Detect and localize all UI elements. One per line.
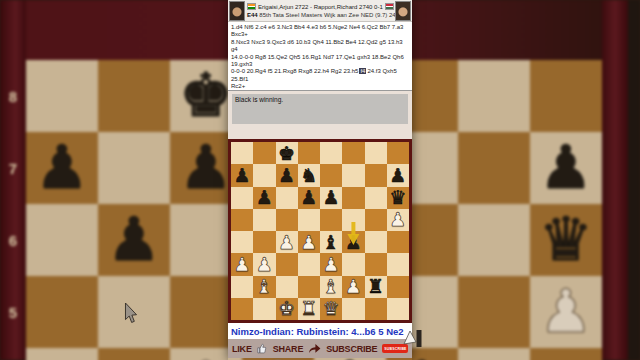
piece-black-pawn: ♟ [179,138,233,198]
opening-caption: Nimzo-Indian: Rubinstein: 4...b6 5 Ne2 [228,323,412,339]
square-b5[interactable] [253,209,275,231]
piece-black-pawn: ♟ [35,138,89,198]
square-a6 [26,204,98,276]
piece-black-pawn[interactable]: ♟ [389,166,406,185]
piece-black-king: ♚ [179,66,233,126]
bg-rank-label-6: 6 [0,232,26,249]
notation-pane[interactable]: 1.d4 Nf6 2.c4 e6 3.Nc3 Bb4 4.e3 b6 5.Nge… [228,22,412,90]
evaluation-comment: Black is winning. [232,94,408,124]
square-g6[interactable] [365,187,387,209]
bg-rank-label-5: 5 [0,304,26,321]
share-arrow-icon[interactable] [308,340,321,358]
piece-black-queen: ♛ [539,210,593,270]
event-text: 85th Tata Steel Masters Wijk aan Zee NED… [259,12,395,18]
square-h7[interactable]: ♟ [387,164,409,186]
square-f2[interactable]: ♟ [342,276,364,298]
india-flag-icon [247,3,256,10]
square-b4[interactable] [253,231,275,253]
piece-black-pawn[interactable]: ♟ [323,188,340,207]
square-f5[interactable] [342,209,364,231]
piece-black-pawn[interactable]: ♟ [300,188,317,207]
chessbase-panel: Erigaisi,Arjun 2722 - Rapport,Richard 27… [228,0,412,360]
square-a7[interactable]: ♟ [231,164,253,186]
square-b8[interactable] [253,142,275,164]
mouse-cursor-icon [124,303,138,328]
hungary-flag-icon [385,3,394,10]
piece-black-pawn[interactable]: ♟ [256,188,273,207]
comment-area: Black is winning. [228,90,412,139]
move-line[interactable]: 8.Nxc3 Nxc3 9.Qxc3 d6 10.b3 Qh4 11.Bb2 B… [231,39,409,54]
like-button[interactable]: LIKE [232,344,252,354]
move-segment[interactable]: 0-0-0 20.Rg4 f5 21.Rxg8 Rxg8 22.h4 Rg2 2… [231,68,358,74]
square-b7[interactable] [253,164,275,186]
square-g7 [458,132,530,204]
square-a2[interactable] [231,276,253,298]
square-g2[interactable]: ♜ [365,276,387,298]
square-h8[interactable] [387,142,409,164]
pointer-decoration-icon [403,330,423,352]
square-d1[interactable]: ♜ [298,298,320,320]
board-frame: ♚♟♟♞♟♟♟♟♛♟♟♟♝♟♟♟♟♝♝♟♜♚♜♛ [228,139,412,323]
square-d5[interactable] [298,209,320,231]
piece-white-pawn[interactable]: ♟ [300,233,317,252]
piece-white-pawn[interactable]: ♟ [234,255,251,274]
piece-white-rook[interactable]: ♜ [300,299,317,318]
eco-code: E44 [247,12,258,18]
piece-black-bishop[interactable]: ♝ [323,233,340,252]
square-f8[interactable] [342,142,364,164]
square-c8[interactable]: ♚ [276,142,298,164]
piece-white-pawn: ♟ [179,354,233,360]
square-h6: ♛ [530,204,602,276]
piece-black-pawn: ♟ [107,210,161,270]
square-b7 [98,132,170,204]
subscribe-button[interactable]: SUBSCRIBE [326,344,377,354]
piece-black-pawn[interactable]: ♟ [278,166,295,185]
square-d2[interactable] [298,276,320,298]
square-h7: ♟ [530,132,602,204]
square-h5[interactable]: ♟ [387,209,409,231]
square-a6[interactable] [231,187,253,209]
square-e2[interactable]: ♝ [320,276,342,298]
square-d7[interactable]: ♞ [298,164,320,186]
square-b6[interactable]: ♟ [253,187,275,209]
square-a4[interactable] [231,231,253,253]
white-player-photo [229,1,245,21]
square-c2[interactable] [276,276,298,298]
square-a8 [26,60,98,132]
square-b6: ♟ [98,204,170,276]
piece-black-rook[interactable]: ♜ [367,277,384,296]
square-f6[interactable] [342,187,364,209]
bg-rank-label-7: 7 [0,160,26,177]
piece-white-pawn[interactable]: ♟ [323,255,340,274]
square-e3[interactable]: ♟ [320,253,342,275]
square-g7[interactable] [365,164,387,186]
piece-white-pawn: ♟ [539,282,593,342]
square-g6 [458,204,530,276]
square-a3[interactable]: ♟ [231,253,253,275]
piece-white-pawn[interactable]: ♟ [256,255,273,274]
piece-white-pawn[interactable]: ♟ [389,210,406,229]
square-g8[interactable] [365,142,387,164]
square-a5 [26,276,98,348]
piece-white-queen[interactable]: ♛ [323,299,340,318]
square-b8 [98,60,170,132]
square-g8 [458,60,530,132]
square-b3[interactable]: ♟ [253,253,275,275]
square-f3[interactable] [342,253,364,275]
thumbs-up-icon[interactable] [257,340,268,358]
players-text: Erigaisi,Arjun 2722 - Rapport,Richard 27… [258,3,383,11]
square-h5: ♟ [530,276,602,348]
square-e5[interactable] [320,209,342,231]
square-g4 [458,348,530,360]
move-line[interactable]: 0-0-0 20.Rg4 f5 21.Rxg8 Rxg8 22.h4 Rg2 2… [231,68,409,83]
background-board-right-border [602,0,628,360]
background-edge [628,0,640,360]
game-header: Erigaisi,Arjun 2722 - Rapport,Richard 27… [228,0,412,22]
square-a4 [26,348,98,360]
piece-white-pawn[interactable]: ♟ [278,233,295,252]
square-e8[interactable] [320,142,342,164]
square-h2[interactable] [387,276,409,298]
square-g4[interactable] [365,231,387,253]
square-e7[interactable] [320,164,342,186]
piece-white-bishop[interactable]: ♝ [323,277,340,296]
piece-black-pawn[interactable]: ♟ [234,166,251,185]
move-line[interactable]: 1.d4 Nf6 2.c4 e6 3.Nc3 Bb4 4.e3 b6 5.Nge… [231,24,409,39]
square-c7[interactable]: ♟ [276,164,298,186]
square-e4[interactable]: ♝ [320,231,342,253]
square-c4[interactable]: ♟ [276,231,298,253]
square-e6[interactable]: ♟ [320,187,342,209]
square-h3[interactable] [387,253,409,275]
piece-black-pawn: ♟ [539,138,593,198]
piece-white-bishop[interactable]: ♝ [256,277,273,296]
square-b1[interactable] [253,298,275,320]
square-h4[interactable] [387,231,409,253]
square-a7: ♟ [26,132,98,204]
square-a1[interactable] [231,298,253,320]
square-c5[interactable] [276,209,298,231]
square-c1[interactable]: ♚ [276,298,298,320]
square-d8[interactable] [298,142,320,164]
square-g1[interactable] [365,298,387,320]
square-d6[interactable]: ♟ [298,187,320,209]
bg-rank-label-8: 8 [0,88,26,105]
cta-bar: LIKE SHARE SUBSCRIBE SUBSCRIBE [228,339,412,358]
square-f4[interactable]: ♟ [342,231,364,253]
square-h6[interactable]: ♛ [387,187,409,209]
piece-black-queen[interactable]: ♛ [389,188,406,207]
square-b4 [98,348,170,360]
black-player-photo [395,1,411,21]
move-line[interactable]: 14.0-0-0 Rg8 15.Qe2 Qh5 16.Rg1 Nd7 17.Qe… [231,54,409,69]
square-d4[interactable]: ♟ [298,231,320,253]
square-c3[interactable] [276,253,298,275]
event-line: E44 85th Tata Steel Masters Wijk aan Zee… [247,11,393,19]
square-c6[interactable] [276,187,298,209]
square-a5[interactable] [231,209,253,231]
chess-board[interactable]: ♚♟♟♞♟♟♟♟♛♟♟♟♝♟♟♟♟♝♝♟♜♚♜♛ [231,142,409,320]
share-button[interactable]: SHARE [273,344,304,354]
piece-white-pawn[interactable]: ♟ [345,277,362,296]
square-h1[interactable] [387,298,409,320]
square-e1[interactable]: ♛ [320,298,342,320]
square-f1[interactable] [342,298,364,320]
piece-black-king[interactable]: ♚ [278,144,295,163]
square-b2[interactable]: ♝ [253,276,275,298]
players-line: Erigaisi,Arjun 2722 - Rapport,Richard 27… [247,3,393,11]
current-move[interactable]: f4 [359,68,366,74]
square-g3[interactable] [365,253,387,275]
square-d3[interactable] [298,253,320,275]
piece-black-knight[interactable]: ♞ [300,166,317,185]
piece-white-king[interactable]: ♚ [278,299,295,318]
square-h8 [530,60,602,132]
square-a8[interactable] [231,142,253,164]
square-f7[interactable] [342,164,364,186]
square-g5 [458,276,530,348]
square-h4 [530,348,602,360]
piece-black-pawn[interactable]: ♟ [345,233,362,252]
square-g5[interactable] [365,209,387,231]
